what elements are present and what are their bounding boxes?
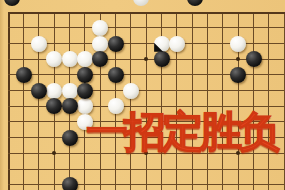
star-point	[236, 57, 240, 61]
black-stone	[246, 51, 262, 67]
black-stone	[92, 51, 108, 67]
black-stone	[62, 177, 78, 190]
white-stone	[230, 36, 246, 52]
black-stone	[16, 67, 32, 83]
white-stone	[46, 51, 62, 67]
white-stone	[92, 20, 108, 36]
grid-line-vertical	[268, 12, 269, 190]
grid-line-vertical	[207, 12, 208, 190]
white-stone	[62, 51, 78, 67]
grid-line-vertical	[23, 12, 24, 190]
grid-line-vertical	[130, 12, 131, 190]
black-stone	[46, 98, 62, 114]
star-point	[144, 57, 148, 61]
grid-line-horizontal	[8, 27, 285, 28]
white-stone	[46, 83, 62, 99]
white-stone	[62, 83, 78, 99]
video-frame: 一招定胜负	[0, 0, 285, 190]
grid-line-vertical	[222, 12, 223, 190]
black-stone	[77, 67, 93, 83]
edge-stone-fragment	[187, 0, 203, 6]
white-stone	[77, 51, 93, 67]
white-stone	[123, 83, 139, 99]
black-stone	[62, 130, 78, 146]
grid-line-vertical	[146, 12, 147, 190]
edge-stone-fragment	[133, 0, 149, 6]
grid-line-horizontal	[8, 169, 285, 170]
grid-line-vertical	[192, 12, 193, 190]
black-stone	[230, 67, 246, 83]
black-stone	[154, 51, 170, 67]
grid-line-horizontal	[8, 12, 285, 14]
white-stone	[169, 36, 185, 52]
grid-line-vertical	[284, 12, 285, 190]
black-stone	[108, 36, 124, 52]
grid-line-vertical	[8, 12, 10, 190]
black-stone	[62, 98, 78, 114]
star-point	[52, 151, 56, 155]
white-stone	[92, 36, 108, 52]
black-stone	[31, 83, 47, 99]
white-stone	[31, 36, 47, 52]
grid-line-horizontal	[8, 184, 285, 185]
video-caption: 一招定胜负	[86, 109, 285, 155]
black-stone	[77, 83, 93, 99]
black-stone	[108, 67, 124, 83]
edge-stone-fragment	[4, 0, 20, 6]
grid-line-vertical	[253, 12, 254, 190]
